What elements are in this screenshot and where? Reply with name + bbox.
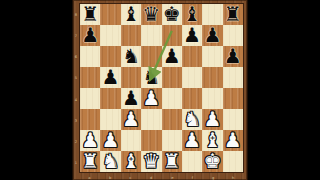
square-c1: ♝ xyxy=(121,151,141,172)
square-g1: ♚ xyxy=(202,151,222,172)
square-e3 xyxy=(162,109,182,130)
white-pawn-g3: ♟ xyxy=(203,109,221,129)
square-h4 xyxy=(223,88,243,109)
square-e4 xyxy=(162,88,182,109)
square-g7: ♟ xyxy=(202,25,222,46)
black-pawn-e6: ♟ xyxy=(163,46,181,66)
white-pawn-b2: ♟ xyxy=(102,130,120,150)
rank-label-2: 2 xyxy=(74,139,78,143)
white-bishop-c1: ♝ xyxy=(122,151,140,171)
rank-label-7: 7 xyxy=(74,33,78,37)
square-f5 xyxy=(182,67,202,88)
square-c6: ♞ xyxy=(121,46,141,67)
black-bishop-c8: ♝ xyxy=(122,4,140,24)
square-b8 xyxy=(100,4,120,25)
file-label-c: c xyxy=(124,176,137,180)
square-b1: ♞ xyxy=(100,151,120,172)
black-king-e8: ♚ xyxy=(163,4,181,24)
white-knight-b1: ♞ xyxy=(102,151,120,171)
square-e6: ♟ xyxy=(162,46,182,67)
square-g5 xyxy=(202,67,222,88)
file-label-e: e xyxy=(165,176,178,180)
white-pawn-h2: ♟ xyxy=(224,130,242,150)
file-label-d: d xyxy=(145,176,158,180)
square-e5 xyxy=(162,67,182,88)
black-pawn-h6: ♟ xyxy=(224,46,242,66)
black-bishop-f8: ♝ xyxy=(183,4,201,24)
file-label-g: g xyxy=(207,176,220,180)
square-a6 xyxy=(80,46,100,67)
square-a4 xyxy=(80,88,100,109)
square-d4: ♟ xyxy=(141,88,161,109)
black-knight-d5: ♞ xyxy=(142,67,160,87)
file-label-h: h xyxy=(227,176,240,180)
rank-label-1: 1 xyxy=(74,161,78,165)
white-pawn-a2: ♟ xyxy=(81,130,99,150)
square-f1 xyxy=(182,151,202,172)
square-f2: ♟ xyxy=(182,130,202,151)
black-pawn-g7: ♟ xyxy=(203,25,221,45)
rank-label-4: 4 xyxy=(74,97,78,101)
square-h1 xyxy=(223,151,243,172)
white-king-g1: ♚ xyxy=(203,151,221,171)
file-label-b: b xyxy=(104,176,117,180)
video-frame[interactable]: 87654321 abcdefgh ♜♝♛♚♝♜♟♟♟♞♟♟♟♞♟♟♟♞♟♟♟♟… xyxy=(0,0,320,180)
square-b5: ♟ xyxy=(100,67,120,88)
black-pawn-b5: ♟ xyxy=(102,67,120,87)
white-bishop-g2: ♝ xyxy=(203,130,221,150)
square-d1: ♛ xyxy=(141,151,161,172)
white-knight-f3: ♞ xyxy=(183,109,201,129)
square-h8: ♜ xyxy=(223,4,243,25)
square-a1: ♜ xyxy=(80,151,100,172)
rank-label-3: 3 xyxy=(74,118,78,122)
square-d7 xyxy=(141,25,161,46)
square-a5 xyxy=(80,67,100,88)
square-d8: ♛ xyxy=(141,4,161,25)
white-pawn-f2: ♟ xyxy=(183,130,201,150)
black-pawn-c4: ♟ xyxy=(122,88,140,108)
rank-label-6: 6 xyxy=(74,54,78,58)
square-f6 xyxy=(182,46,202,67)
white-queen-d1: ♛ xyxy=(142,151,160,171)
square-d3 xyxy=(141,109,161,130)
square-b4 xyxy=(100,88,120,109)
file-labels: abcdefgh xyxy=(79,173,244,180)
rank-label-5: 5 xyxy=(74,76,78,80)
white-rook-a1: ♜ xyxy=(81,151,99,171)
square-c8: ♝ xyxy=(121,4,141,25)
black-rook-h8: ♜ xyxy=(224,4,242,24)
white-pawn-c3: ♟ xyxy=(122,109,140,129)
chess-board: 87654321 abcdefgh ♜♝♛♚♝♜♟♟♟♞♟♟♟♞♟♟♟♞♟♟♟♟… xyxy=(72,0,248,180)
black-pawn-a7: ♟ xyxy=(81,25,99,45)
black-knight-c6: ♞ xyxy=(122,46,140,66)
square-c3: ♟ xyxy=(121,109,141,130)
square-a7: ♟ xyxy=(80,25,100,46)
square-g6 xyxy=(202,46,222,67)
square-h6: ♟ xyxy=(223,46,243,67)
file-label-f: f xyxy=(186,176,199,180)
square-e1: ♜ xyxy=(162,151,182,172)
file-label-a: a xyxy=(83,176,96,180)
board-grid: ♜♝♛♚♝♜♟♟♟♞♟♟♟♞♟♟♟♞♟♟♟♟♝♟♜♞♝♛♜♚ xyxy=(79,3,244,173)
square-f7: ♟ xyxy=(182,25,202,46)
square-e8: ♚ xyxy=(162,4,182,25)
black-rook-a8: ♜ xyxy=(81,4,99,24)
rank-label-8: 8 xyxy=(74,12,78,16)
white-rook-e1: ♜ xyxy=(163,151,181,171)
square-h5 xyxy=(223,67,243,88)
white-pawn-d4: ♟ xyxy=(142,88,160,108)
black-queen-d8: ♛ xyxy=(142,4,160,24)
square-b7 xyxy=(100,25,120,46)
square-h2: ♟ xyxy=(223,130,243,151)
black-pawn-f7: ♟ xyxy=(183,25,201,45)
